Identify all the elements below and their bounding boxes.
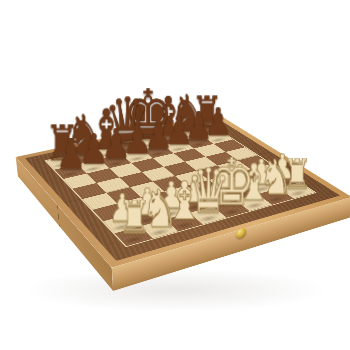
brass-clasp-icon <box>234 224 249 243</box>
brass-knob-icon <box>236 227 246 240</box>
piece-black-pawn[interactable]: ♟ <box>35 137 106 171</box>
board-top: ♜♞♝♛♚♝♞♜♟♟♟♟♟♟♟♟♟♟♟♟♟♟♟♟♜♞♝♛♚♝♞♜ <box>16 114 350 268</box>
chess-board: ♜♞♝♛♚♝♞♜♟♟♟♟♟♟♟♟♟♟♟♟♟♟♟♟♜♞♝♛♚♝♞♜ <box>16 114 350 268</box>
perspective-scene: ♜♞♝♛♚♝♞♜♟♟♟♟♟♟♟♟♟♟♟♟♟♟♟♟♜♞♝♛♚♝♞♜ <box>51 52 299 300</box>
product-photo-background: ♜♞♝♛♚♝♞♜♟♟♟♟♟♟♟♟♟♟♟♟♟♟♟♟♜♞♝♛♚♝♞♜ <box>0 0 350 350</box>
piece-white-rook[interactable]: ♜ <box>92 200 175 236</box>
